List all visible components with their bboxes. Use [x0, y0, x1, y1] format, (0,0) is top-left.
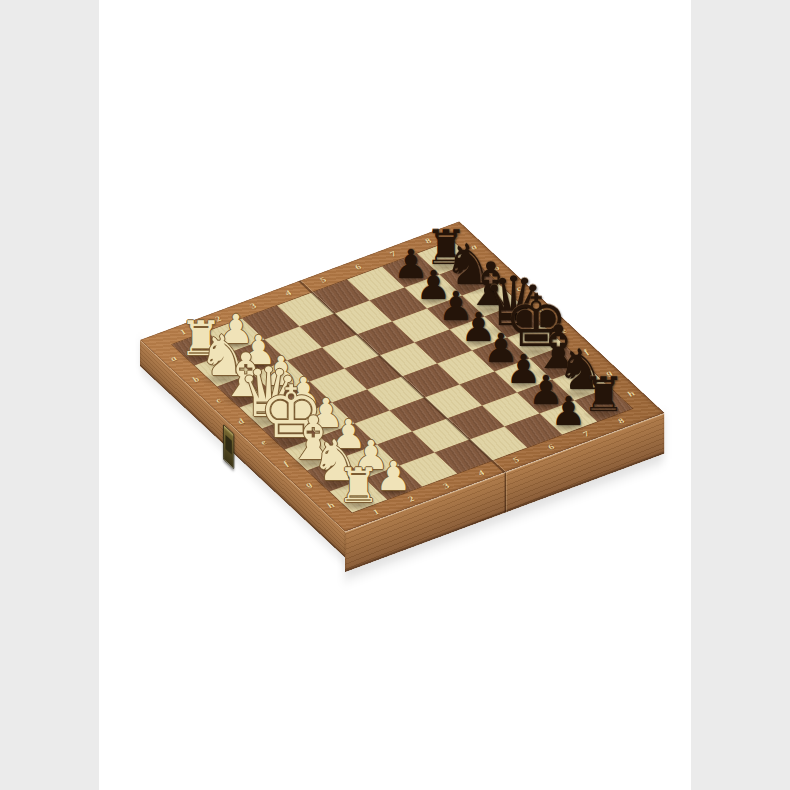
coordinate-label: 8 [610, 415, 633, 427]
coordinate-label: c [508, 283, 531, 295]
coordinate-label: f [575, 346, 598, 358]
coordinate-label: e [252, 436, 275, 448]
coordinate-label: 6 [540, 441, 563, 453]
coordinate-label: g [598, 367, 621, 379]
product-photo-scene: 11aa22bb33cc44dd55ee66ff77gg88hh ♜♟♞♟♝♟♛… [0, 0, 790, 790]
coordinate-label: 5 [505, 454, 528, 466]
case-side-fold-seam [505, 472, 506, 513]
coordinate-label: c [207, 394, 230, 406]
coordinate-label: d [530, 304, 553, 316]
coordinate-label: d [230, 415, 253, 427]
coordinate-label: a [162, 352, 185, 364]
coordinate-label: 1 [365, 506, 388, 518]
coordinate-label: e [553, 325, 576, 337]
coordinate-label: h [320, 499, 343, 511]
coordinate-label: b [485, 262, 508, 274]
brass-clasp [223, 424, 234, 470]
page-background-right-band [691, 0, 790, 790]
page-background-left-band [0, 0, 99, 790]
coordinate-label: h [620, 388, 643, 400]
coordinate-label: g [297, 478, 320, 490]
coordinate-label: 7 [575, 428, 598, 440]
coordinate-label: f [275, 457, 298, 469]
coordinate-label: 3 [435, 480, 458, 492]
coordinate-label: b [185, 373, 208, 385]
coordinate-label: a [463, 241, 486, 253]
coordinate-label: 4 [470, 467, 493, 479]
coordinate-label: 2 [400, 493, 423, 505]
